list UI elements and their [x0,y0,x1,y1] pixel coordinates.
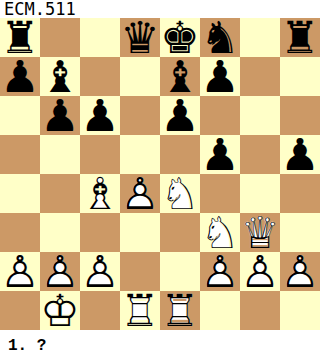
white-king-outline-glyph: ♔ [40,291,80,330]
square-b2[interactable]: ♟♙ [40,252,80,291]
move-prompt: 1. ? [8,337,46,355]
white-pawn-outline-glyph: ♙ [120,174,160,213]
white-pawn-fill-glyph: ♟ [0,252,40,291]
square-g4[interactable] [240,174,280,213]
square-a8[interactable]: ♜ [0,18,40,57]
piece-white-bishop-c4[interactable]: ♝♗ [80,174,120,213]
square-a5[interactable] [0,135,40,174]
square-f3[interactable]: ♞♘ [200,213,240,252]
white-king-fill-glyph: ♚ [40,291,80,330]
square-d1[interactable]: ♜♖ [120,291,160,330]
square-a6[interactable] [0,96,40,135]
chess-board: ♜♛♚♞♜♟♝♝♟♟♟♟♟♟♝♗♟♙♞♘♞♘♛♕♟♙♟♙♟♙♟♙♟♙♟♙♚♔♜♖… [0,18,320,330]
black-pawn-glyph: ♟ [40,96,80,135]
square-f7[interactable]: ♟ [200,57,240,96]
piece-white-queen-g3[interactable]: ♛♕ [240,213,280,252]
piece-white-rook-e1[interactable]: ♜♖ [160,291,200,330]
page-title: ECM.511 [4,1,76,18]
square-g3[interactable]: ♛♕ [240,213,280,252]
square-c6[interactable]: ♟ [80,96,120,135]
black-pawn-glyph: ♟ [200,135,240,174]
piece-black-pawn-h5[interactable]: ♟ [280,135,320,174]
square-f2[interactable]: ♟♙ [200,252,240,291]
white-knight-outline-glyph: ♘ [160,174,200,213]
square-c7[interactable] [80,57,120,96]
square-a3[interactable] [0,213,40,252]
square-h4[interactable] [280,174,320,213]
square-g6[interactable] [240,96,280,135]
black-rook-glyph: ♜ [0,18,40,57]
square-h5[interactable]: ♟ [280,135,320,174]
square-a2[interactable]: ♟♙ [0,252,40,291]
white-knight-outline-glyph: ♘ [200,213,240,252]
white-pawn-outline-glyph: ♙ [240,252,280,291]
square-c8[interactable] [80,18,120,57]
piece-white-pawn-c2[interactable]: ♟♙ [80,252,120,291]
white-queen-outline-glyph: ♕ [240,213,280,252]
white-rook-fill-glyph: ♜ [160,291,200,330]
square-h6[interactable] [280,96,320,135]
white-pawn-fill-glyph: ♟ [280,252,320,291]
piece-white-pawn-h2[interactable]: ♟♙ [280,252,320,291]
white-pawn-fill-glyph: ♟ [120,174,160,213]
piece-white-king-b1[interactable]: ♚♔ [40,291,80,330]
white-pawn-outline-glyph: ♙ [40,252,80,291]
black-pawn-glyph: ♟ [80,96,120,135]
square-d7[interactable] [120,57,160,96]
white-bishop-outline-glyph: ♗ [80,174,120,213]
black-knight-glyph: ♞ [200,18,240,57]
black-bishop-glyph: ♝ [40,57,80,96]
white-pawn-fill-glyph: ♟ [40,252,80,291]
piece-black-pawn-f5[interactable]: ♟ [200,135,240,174]
square-d3[interactable] [120,213,160,252]
square-e2[interactable] [160,252,200,291]
square-e5[interactable] [160,135,200,174]
piece-black-pawn-b6[interactable]: ♟ [40,96,80,135]
piece-black-pawn-a7[interactable]: ♟ [0,57,40,96]
white-pawn-outline-glyph: ♙ [280,252,320,291]
piece-white-pawn-a2[interactable]: ♟♙ [0,252,40,291]
white-pawn-fill-glyph: ♟ [200,252,240,291]
square-c1[interactable] [80,291,120,330]
square-d6[interactable] [120,96,160,135]
square-b7[interactable]: ♝ [40,57,80,96]
piece-black-pawn-c6[interactable]: ♟ [80,96,120,135]
piece-black-rook-a8[interactable]: ♜ [0,18,40,57]
piece-black-pawn-e6[interactable]: ♟ [160,96,200,135]
white-bishop-fill-glyph: ♝ [80,174,120,213]
square-h3[interactable] [280,213,320,252]
square-c5[interactable] [80,135,120,174]
white-pawn-fill-glyph: ♟ [80,252,120,291]
square-b3[interactable] [40,213,80,252]
square-e7[interactable]: ♝ [160,57,200,96]
square-a7[interactable]: ♟ [0,57,40,96]
piece-black-queen-d8[interactable]: ♛ [120,18,160,57]
white-knight-fill-glyph: ♞ [160,174,200,213]
piece-white-pawn-d4[interactable]: ♟♙ [120,174,160,213]
piece-white-pawn-g2[interactable]: ♟♙ [240,252,280,291]
square-b5[interactable] [40,135,80,174]
square-g1[interactable] [240,291,280,330]
square-f5[interactable]: ♟ [200,135,240,174]
black-pawn-glyph: ♟ [160,96,200,135]
white-rook-outline-glyph: ♖ [160,291,200,330]
square-e3[interactable] [160,213,200,252]
square-g5[interactable] [240,135,280,174]
square-d5[interactable] [120,135,160,174]
piece-white-knight-f3[interactable]: ♞♘ [200,213,240,252]
square-d8[interactable]: ♛ [120,18,160,57]
piece-white-rook-d1[interactable]: ♜♖ [120,291,160,330]
white-pawn-outline-glyph: ♙ [80,252,120,291]
square-b1[interactable]: ♚♔ [40,291,80,330]
square-f8[interactable]: ♞ [200,18,240,57]
white-knight-fill-glyph: ♞ [200,213,240,252]
black-bishop-glyph: ♝ [160,57,200,96]
piece-black-king-e8[interactable]: ♚ [160,18,200,57]
square-c3[interactable] [80,213,120,252]
square-g7[interactable] [240,57,280,96]
piece-white-knight-e4[interactable]: ♞♘ [160,174,200,213]
square-e1[interactable]: ♜♖ [160,291,200,330]
piece-black-rook-h8[interactable]: ♜ [280,18,320,57]
square-h2[interactable]: ♟♙ [280,252,320,291]
piece-black-bishop-b7[interactable]: ♝ [40,57,80,96]
white-pawn-outline-glyph: ♙ [0,252,40,291]
square-h7[interactable] [280,57,320,96]
white-rook-fill-glyph: ♜ [120,291,160,330]
square-b8[interactable] [40,18,80,57]
white-pawn-fill-glyph: ♟ [240,252,280,291]
piece-white-pawn-f2[interactable]: ♟♙ [200,252,240,291]
square-f4[interactable] [200,174,240,213]
square-a1[interactable] [0,291,40,330]
square-e4[interactable]: ♞♘ [160,174,200,213]
piece-black-bishop-e7[interactable]: ♝ [160,57,200,96]
piece-white-pawn-b2[interactable]: ♟♙ [40,252,80,291]
white-rook-outline-glyph: ♖ [120,291,160,330]
square-d4[interactable]: ♟♙ [120,174,160,213]
square-b4[interactable] [40,174,80,213]
square-e8[interactable]: ♚ [160,18,200,57]
piece-black-knight-f8[interactable]: ♞ [200,18,240,57]
black-pawn-glyph: ♟ [0,57,40,96]
black-pawn-glyph: ♟ [200,57,240,96]
piece-black-pawn-f7[interactable]: ♟ [200,57,240,96]
square-g8[interactable] [240,18,280,57]
square-d2[interactable] [120,252,160,291]
black-king-glyph: ♚ [160,18,200,57]
white-queen-fill-glyph: ♛ [240,213,280,252]
black-rook-glyph: ♜ [280,18,320,57]
black-queen-glyph: ♛ [120,18,160,57]
square-b6[interactable]: ♟ [40,96,80,135]
square-c4[interactable]: ♝♗ [80,174,120,213]
white-pawn-outline-glyph: ♙ [200,252,240,291]
square-f6[interactable] [200,96,240,135]
square-e6[interactable]: ♟ [160,96,200,135]
square-a4[interactable] [0,174,40,213]
square-c2[interactable]: ♟♙ [80,252,120,291]
square-h1[interactable] [280,291,320,330]
square-g2[interactable]: ♟♙ [240,252,280,291]
square-h8[interactable]: ♜ [280,18,320,57]
square-f1[interactable] [200,291,240,330]
black-pawn-glyph: ♟ [280,135,320,174]
